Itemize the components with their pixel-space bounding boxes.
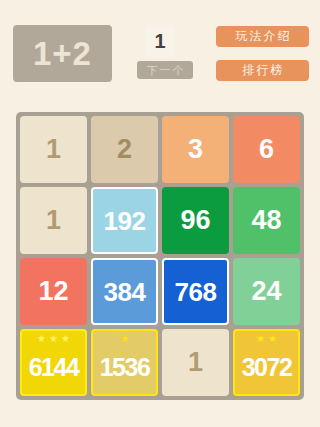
tile-number: 1 <box>46 136 61 163</box>
next-tile-value: 1 <box>145 25 175 57</box>
tile-stars: ★ <box>93 334 156 344</box>
tile-number: 6144 <box>29 355 79 380</box>
tile-stars: ★★★ <box>22 334 85 344</box>
tile-768: 768 <box>162 258 229 325</box>
tile-2: 2 <box>91 116 158 183</box>
tile-number: 24 <box>251 278 281 305</box>
tile-number: 48 <box>251 207 281 234</box>
tile-number: 3 <box>188 136 203 163</box>
tile-24: 24 <box>233 258 300 325</box>
game-logo: 1+2 <box>13 25 112 82</box>
leaderboard-button[interactable]: 排行榜 <box>216 60 309 81</box>
next-tile-panel: 1 下一个 <box>137 25 193 79</box>
tile-number: 1 <box>46 207 61 234</box>
tile-number: 768 <box>175 279 217 305</box>
tile-3072: ★★3072 <box>233 329 300 396</box>
tile-96: 96 <box>162 187 229 254</box>
tile-number: 384 <box>104 279 146 305</box>
tile-12: 12 <box>20 258 87 325</box>
tile-192: 192 <box>91 187 158 254</box>
tile-1: 1 <box>162 329 229 396</box>
tile-384: 384 <box>91 258 158 325</box>
tile-1: 1 <box>20 116 87 183</box>
game-board[interactable]: 1236119296481238476824★★★6144★15361★★307… <box>16 112 304 400</box>
tile-stars: ★★ <box>235 334 298 344</box>
tile-number: 96 <box>180 207 210 234</box>
tile-number: 2 <box>117 136 132 163</box>
how-to-play-button[interactable]: 玩法介绍 <box>216 26 309 47</box>
tile-6: 6 <box>233 116 300 183</box>
tile-6144: ★★★6144 <box>20 329 87 396</box>
tile-3: 3 <box>162 116 229 183</box>
tile-number: 1 <box>188 349 203 376</box>
tile-48: 48 <box>233 187 300 254</box>
next-tile-label: 下一个 <box>137 61 193 79</box>
tile-number: 3072 <box>242 355 292 380</box>
tile-1536: ★1536 <box>91 329 158 396</box>
tile-number: 6 <box>259 136 274 163</box>
tile-number: 192 <box>104 208 146 234</box>
tile-number: 1536 <box>100 355 150 380</box>
tile-1: 1 <box>20 187 87 254</box>
tile-number: 12 <box>38 278 68 305</box>
